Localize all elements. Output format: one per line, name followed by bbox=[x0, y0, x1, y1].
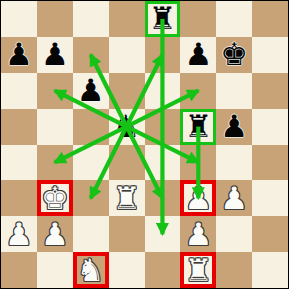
square-b1[interactable] bbox=[37, 252, 73, 288]
black-pawn-c6[interactable]: ♟ bbox=[77, 75, 105, 106]
black-pawn-g5[interactable]: ♟ bbox=[220, 111, 248, 142]
square-h8[interactable] bbox=[252, 1, 288, 37]
square-g3[interactable]: ♟ bbox=[216, 180, 252, 216]
square-g8[interactable] bbox=[216, 1, 252, 37]
square-d4[interactable] bbox=[109, 145, 145, 181]
square-f1[interactable]: ♜ bbox=[180, 252, 216, 288]
square-a3[interactable] bbox=[1, 180, 37, 216]
black-king-g7[interactable]: ♚ bbox=[220, 39, 248, 70]
black-rook-f5[interactable]: ♜ bbox=[184, 111, 212, 142]
square-c2[interactable] bbox=[73, 216, 109, 252]
square-b2[interactable]: ♟ bbox=[37, 216, 73, 252]
square-f2[interactable]: ♟ bbox=[180, 216, 216, 252]
black-knight-d5[interactable]: ♞ bbox=[113, 111, 141, 142]
square-b5[interactable] bbox=[37, 109, 73, 145]
white-pawn-g3[interactable]: ♟ bbox=[220, 183, 248, 214]
square-g6[interactable] bbox=[216, 73, 252, 109]
square-g5[interactable]: ♟ bbox=[216, 109, 252, 145]
square-a1[interactable] bbox=[1, 252, 37, 288]
square-e3[interactable] bbox=[145, 180, 181, 216]
square-e5[interactable] bbox=[145, 109, 181, 145]
square-f4[interactable] bbox=[180, 145, 216, 181]
square-d1[interactable] bbox=[109, 252, 145, 288]
black-rook-e8[interactable]: ♜ bbox=[149, 3, 177, 34]
square-g7[interactable]: ♚ bbox=[216, 37, 252, 73]
square-e8[interactable]: ♜ bbox=[145, 1, 181, 37]
square-b4[interactable] bbox=[37, 145, 73, 181]
square-g4[interactable] bbox=[216, 145, 252, 181]
square-h5[interactable] bbox=[252, 109, 288, 145]
white-knight-c1[interactable]: ♞ bbox=[77, 255, 105, 286]
square-c5[interactable] bbox=[73, 109, 109, 145]
chess-board-frame: ♜♟♟♟♚♟♞♜♟♚♜♟♟♟♟♟♞♜ bbox=[0, 0, 289, 289]
square-d6[interactable] bbox=[109, 73, 145, 109]
square-a5[interactable] bbox=[1, 109, 37, 145]
square-a8[interactable] bbox=[1, 1, 37, 37]
square-c6[interactable]: ♟ bbox=[73, 73, 109, 109]
square-g2[interactable] bbox=[216, 216, 252, 252]
square-e7[interactable] bbox=[145, 37, 181, 73]
square-h7[interactable] bbox=[252, 37, 288, 73]
square-a7[interactable]: ♟ bbox=[1, 37, 37, 73]
square-e4[interactable] bbox=[145, 145, 181, 181]
square-b7[interactable]: ♟ bbox=[37, 37, 73, 73]
square-c3[interactable] bbox=[73, 180, 109, 216]
black-pawn-a7[interactable]: ♟ bbox=[5, 39, 33, 70]
black-pawn-f7[interactable]: ♟ bbox=[184, 39, 212, 70]
square-c7[interactable] bbox=[73, 37, 109, 73]
square-f8[interactable] bbox=[180, 1, 216, 37]
square-f6[interactable] bbox=[180, 73, 216, 109]
square-c8[interactable] bbox=[73, 1, 109, 37]
square-d5[interactable]: ♞ bbox=[109, 109, 145, 145]
chess-board: ♜♟♟♟♚♟♞♜♟♚♜♟♟♟♟♟♞♜ bbox=[1, 1, 288, 288]
square-b8[interactable] bbox=[37, 1, 73, 37]
square-e2[interactable] bbox=[145, 216, 181, 252]
square-a6[interactable] bbox=[1, 73, 37, 109]
square-d7[interactable] bbox=[109, 37, 145, 73]
white-pawn-a2[interactable]: ♟ bbox=[5, 219, 33, 250]
white-pawn-f2[interactable]: ♟ bbox=[184, 219, 212, 250]
square-d8[interactable] bbox=[109, 1, 145, 37]
square-a2[interactable]: ♟ bbox=[1, 216, 37, 252]
square-d2[interactable] bbox=[109, 216, 145, 252]
square-f7[interactable]: ♟ bbox=[180, 37, 216, 73]
square-g1[interactable] bbox=[216, 252, 252, 288]
white-rook-f1[interactable]: ♜ bbox=[184, 255, 212, 286]
square-f5[interactable]: ♜ bbox=[180, 109, 216, 145]
square-h1[interactable] bbox=[252, 252, 288, 288]
square-h2[interactable] bbox=[252, 216, 288, 252]
white-pawn-b2[interactable]: ♟ bbox=[41, 219, 69, 250]
square-h3[interactable] bbox=[252, 180, 288, 216]
square-a4[interactable] bbox=[1, 145, 37, 181]
white-pawn-f3[interactable]: ♟ bbox=[184, 183, 212, 214]
white-rook-d3[interactable]: ♜ bbox=[113, 183, 141, 214]
square-c1[interactable]: ♞ bbox=[73, 252, 109, 288]
square-e1[interactable] bbox=[145, 252, 181, 288]
square-d3[interactable]: ♜ bbox=[109, 180, 145, 216]
square-h4[interactable] bbox=[252, 145, 288, 181]
square-e6[interactable] bbox=[145, 73, 181, 109]
black-pawn-b7[interactable]: ♟ bbox=[41, 39, 69, 70]
square-b6[interactable] bbox=[37, 73, 73, 109]
square-c4[interactable] bbox=[73, 145, 109, 181]
square-f3[interactable]: ♟ bbox=[180, 180, 216, 216]
white-king-b3[interactable]: ♚ bbox=[41, 183, 69, 214]
square-b3[interactable]: ♚ bbox=[37, 180, 73, 216]
square-h6[interactable] bbox=[252, 73, 288, 109]
